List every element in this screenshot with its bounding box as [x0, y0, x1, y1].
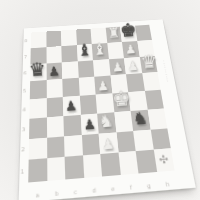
rank-label-3: 3	[22, 126, 26, 132]
square-e7[interactable]: ♝	[92, 43, 109, 60]
square-d6[interactable]	[77, 60, 94, 78]
square-g1[interactable]	[136, 150, 157, 173]
black-knight-g3[interactable]: ♞	[133, 110, 149, 128]
file-label-f: f	[129, 183, 132, 190]
square-h4[interactable]	[144, 90, 163, 110]
square-b6[interactable]: ♟	[46, 62, 62, 80]
square-b2[interactable]	[47, 136, 65, 159]
square-d1[interactable]	[82, 154, 102, 178]
chess-board[interactable]: ♜♚♝♝♟♛♟♟♟♛♟♟♚♟♞♞♟✣	[28, 25, 174, 183]
square-h3[interactable]	[147, 108, 167, 129]
square-b5[interactable]	[46, 79, 63, 98]
white-bishop-e7[interactable]: ♝	[92, 41, 107, 58]
file-label-e: e	[111, 185, 115, 192]
rank-label-2: 2	[21, 146, 25, 153]
white-knight-e3[interactable]: ♞	[98, 113, 114, 131]
square-c4[interactable]: ♟	[63, 96, 80, 116]
board-logo-icon: ✣	[158, 154, 169, 166]
square-e1[interactable]	[100, 153, 120, 177]
white-rook-f8[interactable]: ♜	[107, 26, 120, 40]
square-a1[interactable]	[28, 159, 47, 183]
square-h2[interactable]	[150, 128, 171, 150]
square-c3[interactable]	[63, 115, 81, 136]
rank-label-6: 6	[23, 70, 26, 75]
square-b3[interactable]	[46, 116, 64, 137]
square-g3[interactable]: ♞	[131, 110, 151, 131]
white-king-f4[interactable]: ♚	[111, 88, 131, 110]
black-pawn-c4[interactable]: ♟	[65, 99, 78, 113]
rank-label-5: 5	[23, 88, 26, 94]
file-label-a: a	[36, 191, 40, 199]
black-bishop-d7[interactable]: ♝	[77, 42, 92, 59]
square-h6[interactable]: ♛	[139, 56, 157, 74]
square-b4[interactable]	[46, 97, 63, 117]
rank-label-1: 1	[21, 168, 25, 175]
square-d7[interactable]: ♝	[77, 44, 93, 61]
file-label-g: g	[147, 182, 152, 189]
square-c1[interactable]	[65, 156, 84, 180]
file-label-b: b	[55, 190, 59, 198]
file-label-d: d	[92, 186, 96, 194]
square-d4[interactable]	[79, 95, 97, 115]
square-a8[interactable]	[31, 32, 46, 48]
rank-label-7: 7	[24, 54, 27, 59]
square-a2[interactable]	[29, 137, 47, 160]
black-pawn-b6[interactable]: ♟	[48, 65, 60, 78]
square-c8[interactable]	[61, 30, 77, 46]
square-h1[interactable]: ✣	[153, 149, 174, 172]
black-king-g8[interactable]: ♚	[120, 21, 138, 40]
square-f4[interactable]: ♚	[112, 92, 131, 112]
square-e3[interactable]: ♞	[97, 112, 116, 133]
white-pawn-e5[interactable]: ♟	[97, 79, 109, 93]
black-queen-a6[interactable]: ♛	[29, 60, 47, 80]
square-e6[interactable]	[93, 59, 110, 77]
rank-coordinates: 87654321	[20, 33, 27, 183]
square-c6[interactable]	[62, 61, 79, 79]
square-b8[interactable]	[46, 31, 61, 47]
rank-label-4: 4	[22, 106, 25, 112]
rank-label-8: 8	[24, 38, 27, 43]
white-pawn-e2[interactable]: ♟	[102, 136, 116, 151]
square-c2[interactable]	[64, 135, 83, 157]
white-pawn-f6[interactable]: ♟	[111, 60, 123, 73]
square-d5[interactable]	[78, 77, 95, 96]
square-d3[interactable]: ♟	[80, 113, 98, 134]
square-e2[interactable]: ♟	[99, 132, 118, 154]
black-pawn-d3[interactable]: ♟	[83, 117, 96, 132]
square-e5[interactable]: ♟	[94, 76, 112, 95]
board-photo: ♜♚♝♝♟♛♟♟♟♛♟♟♚♟♞♞♟✣ abcdefgh 87654321 ···…	[0, 0, 200, 200]
square-a4[interactable]	[29, 98, 46, 118]
square-a6[interactable]: ♛	[30, 63, 46, 81]
square-d2[interactable]	[81, 133, 100, 155]
square-b1[interactable]	[47, 157, 66, 181]
square-c7[interactable]	[61, 45, 77, 62]
square-h5[interactable]	[142, 72, 161, 91]
file-label-h: h	[165, 180, 170, 187]
square-a3[interactable]	[29, 117, 46, 138]
white-queen-h6[interactable]: ♛	[140, 52, 158, 71]
white-pawn-g7[interactable]: ♟	[125, 43, 137, 56]
file-coordinates: abcdefgh	[28, 180, 178, 200]
file-label-c: c	[74, 188, 77, 196]
white-pawn-g6[interactable]: ♟	[127, 59, 139, 72]
square-b7[interactable]	[46, 46, 62, 63]
square-a5[interactable]	[30, 80, 47, 99]
square-g8[interactable]: ♚	[120, 26, 137, 42]
board-brand-text: ··········	[161, 60, 171, 83]
square-h8[interactable]	[135, 25, 152, 41]
square-c5[interactable]	[62, 78, 79, 97]
vinyl-chess-mat: ♜♚♝♝♟♛♟♟♟♛♟♟♚♟♞♞♟✣ abcdefgh 87654321 ···…	[19, 19, 196, 200]
